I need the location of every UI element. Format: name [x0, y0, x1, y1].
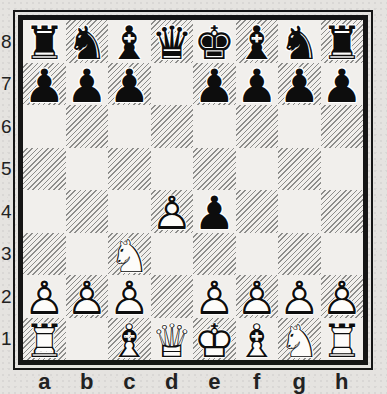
square-a5: [23, 148, 66, 191]
rank-label-8: 8: [0, 20, 13, 63]
white-pawn-e2: ♟♙: [193, 275, 236, 318]
square-h8: ♜: [321, 20, 364, 63]
square-b7: ♟: [66, 63, 109, 106]
black-knight-g8: ♞: [278, 20, 321, 63]
rank-label-2: 2: [0, 275, 13, 318]
white-rook-a1: ♜♖: [23, 318, 66, 361]
file-label-b: b: [66, 371, 109, 394]
square-d8: ♛: [151, 20, 194, 63]
square-a2: ♟♙: [23, 275, 66, 318]
black-rook-a8: ♜: [23, 20, 66, 63]
black-piece-glyph: ♟: [109, 63, 150, 109]
white-pawn-f2: ♟♙: [236, 275, 279, 318]
square-g3: [278, 233, 321, 276]
white-rook-h1: ♜♖: [321, 318, 364, 361]
file-label-f: f: [236, 371, 279, 394]
file-label-d: d: [151, 371, 194, 394]
black-piece-glyph: ♟: [66, 63, 107, 109]
rank-label-7: 7: [0, 63, 13, 106]
square-e5: [193, 148, 236, 191]
chess-diagram: 87654321 ♜♞♝♛♚♝♞♜♟♟♟♟♟♟♟♟♙♟♞♘♟♙♟♙♟♙♟♙♟♙♟…: [0, 0, 387, 394]
square-c3: ♞♘: [108, 233, 151, 276]
square-a6: [23, 105, 66, 148]
board: ♜♞♝♛♚♝♞♜♟♟♟♟♟♟♟♟♙♟♞♘♟♙♟♙♟♙♟♙♟♙♟♙♟♙♜♖♝♗♛♕…: [23, 20, 363, 360]
board-frame-inner: ♜♞♝♛♚♝♞♜♟♟♟♟♟♟♟♟♙♟♞♘♟♙♟♙♟♙♟♙♟♙♟♙♟♙♜♖♝♗♛♕…: [18, 15, 368, 365]
square-h4: [321, 190, 364, 233]
square-h7: ♟: [321, 63, 364, 106]
square-e1: ♚♔: [193, 318, 236, 361]
file-label-c: c: [108, 371, 151, 394]
rank-labels: 87654321: [0, 20, 13, 360]
square-c5: [108, 148, 151, 191]
black-rook-h8: ♜: [321, 20, 364, 63]
white-piece-outline: ♕: [151, 318, 192, 364]
black-pawn-f7: ♟: [236, 63, 279, 106]
black-piece-glyph: ♟: [321, 63, 362, 109]
square-a1: ♜♖: [23, 318, 66, 361]
white-pawn-b2: ♟♙: [66, 275, 109, 318]
black-piece-glyph: ♟: [279, 63, 320, 109]
white-piece-outline: ♔: [194, 318, 235, 364]
file-label-h: h: [321, 371, 364, 394]
white-queen-d1: ♛♕: [151, 318, 194, 361]
square-e3: [193, 233, 236, 276]
black-piece-glyph: ♟: [194, 190, 235, 236]
square-f5: [236, 148, 279, 191]
white-pawn-g2: ♟♙: [278, 275, 321, 318]
white-piece-outline: ♗: [236, 318, 277, 364]
white-pawn-d4: ♟♙: [151, 190, 194, 233]
white-knight-g1: ♞♘: [278, 318, 321, 361]
white-knight-c3: ♞♘: [108, 233, 151, 276]
square-h2: ♟♙: [321, 275, 364, 318]
square-a4: [23, 190, 66, 233]
black-bishop-c8: ♝: [108, 20, 151, 63]
board-frame-outer: ♜♞♝♛♚♝♞♜♟♟♟♟♟♟♟♟♙♟♞♘♟♙♟♙♟♙♟♙♟♙♟♙♟♙♜♖♝♗♛♕…: [13, 10, 373, 370]
square-d6: [151, 105, 194, 148]
black-pawn-a7: ♟: [23, 63, 66, 106]
white-pawn-h2: ♟♙: [321, 275, 364, 318]
black-bishop-f8: ♝: [236, 20, 279, 63]
square-f3: [236, 233, 279, 276]
square-a8: ♜: [23, 20, 66, 63]
white-piece-outline: ♖: [321, 318, 362, 364]
file-label-e: e: [193, 371, 236, 394]
white-piece-outline: ♘: [279, 318, 320, 364]
rank-label-1: 1: [0, 318, 13, 361]
rank-label-6: 6: [0, 105, 13, 148]
square-d1: ♛♕: [151, 318, 194, 361]
square-c6: [108, 105, 151, 148]
square-c2: ♟♙: [108, 275, 151, 318]
square-a3: [23, 233, 66, 276]
square-f8: ♝: [236, 20, 279, 63]
square-f2: ♟♙: [236, 275, 279, 318]
black-piece-glyph: ♟: [24, 63, 65, 109]
square-f4: [236, 190, 279, 233]
square-b2: ♟♙: [66, 275, 109, 318]
file-label-a: a: [23, 371, 66, 394]
file-label-g: g: [278, 371, 321, 394]
black-piece-glyph: ♛: [151, 20, 192, 66]
white-pawn-c2: ♟♙: [108, 275, 151, 318]
square-d4: ♟♙: [151, 190, 194, 233]
square-d2: [151, 275, 194, 318]
square-h3: [321, 233, 364, 276]
square-e4: ♟: [193, 190, 236, 233]
square-b5: [66, 148, 109, 191]
square-e8: ♚: [193, 20, 236, 63]
black-pawn-e7: ♟: [193, 63, 236, 106]
square-b4: [66, 190, 109, 233]
square-f7: ♟: [236, 63, 279, 106]
square-e6: [193, 105, 236, 148]
square-f1: ♝♗: [236, 318, 279, 361]
black-piece-glyph: ♟: [236, 63, 277, 109]
square-g7: ♟: [278, 63, 321, 106]
black-knight-b8: ♞: [66, 20, 109, 63]
square-g5: [278, 148, 321, 191]
white-piece-outline: ♗: [109, 318, 150, 364]
square-e2: ♟♙: [193, 275, 236, 318]
file-labels: abcdefgh: [23, 371, 363, 394]
black-pawn-b7: ♟: [66, 63, 109, 106]
rank-label-5: 5: [0, 148, 13, 191]
square-g1: ♞♘: [278, 318, 321, 361]
square-f6: [236, 105, 279, 148]
white-bishop-c1: ♝♗: [108, 318, 151, 361]
black-pawn-e4: ♟: [193, 190, 236, 233]
black-piece-glyph: ♟: [194, 63, 235, 109]
black-pawn-g7: ♟: [278, 63, 321, 106]
square-c7: ♟: [108, 63, 151, 106]
rank-label-3: 3: [0, 233, 13, 276]
white-piece-outline: ♖: [24, 318, 65, 364]
square-d7: [151, 63, 194, 106]
square-c8: ♝: [108, 20, 151, 63]
white-piece-outline: ♙: [66, 275, 107, 321]
square-b1: [66, 318, 109, 361]
square-h5: [321, 148, 364, 191]
square-c1: ♝♗: [108, 318, 151, 361]
black-queen-d8: ♛: [151, 20, 194, 63]
square-c4: [108, 190, 151, 233]
square-h6: [321, 105, 364, 148]
white-piece-outline: ♙: [151, 190, 192, 236]
white-pawn-a2: ♟♙: [23, 275, 66, 318]
square-h1: ♜♖: [321, 318, 364, 361]
square-b8: ♞: [66, 20, 109, 63]
white-bishop-f1: ♝♗: [236, 318, 279, 361]
square-d3: [151, 233, 194, 276]
black-pawn-h7: ♟: [321, 63, 364, 106]
square-e7: ♟: [193, 63, 236, 106]
black-pawn-c7: ♟: [108, 63, 151, 106]
black-king-e8: ♚: [193, 20, 236, 63]
square-g6: [278, 105, 321, 148]
rank-label-4: 4: [0, 190, 13, 233]
square-b3: [66, 233, 109, 276]
square-g8: ♞: [278, 20, 321, 63]
square-g2: ♟♙: [278, 275, 321, 318]
square-a7: ♟: [23, 63, 66, 106]
square-g4: [278, 190, 321, 233]
white-king-e1: ♚♔: [193, 318, 236, 361]
square-b6: [66, 105, 109, 148]
square-d5: [151, 148, 194, 191]
